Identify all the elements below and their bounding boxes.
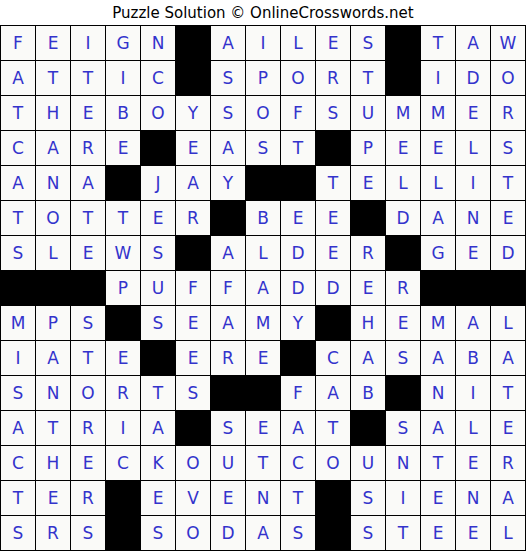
letter-cell-r1c13: T bbox=[421, 26, 456, 61]
letter-cell-r8c11: E bbox=[351, 271, 386, 306]
letter-cell-r3c11: U bbox=[351, 96, 386, 131]
letter-cell-r13c10: O bbox=[316, 446, 351, 481]
letter-cell-r8c12: R bbox=[386, 271, 421, 306]
letter-cell-r14c9: T bbox=[281, 481, 316, 516]
letter-cell-r13c8: T bbox=[246, 446, 281, 481]
letter-cell-r6c5: E bbox=[141, 201, 176, 236]
block-cell-r8c14 bbox=[456, 271, 491, 306]
letter-cell-r2c11: T bbox=[351, 61, 386, 96]
letter-cell-r11c4: R bbox=[106, 376, 141, 411]
letter-cell-r9c3: S bbox=[71, 306, 106, 341]
block-cell-r9c4 bbox=[106, 306, 141, 341]
block-cell-r11c8 bbox=[246, 376, 281, 411]
letter-cell-r2c15: O bbox=[491, 61, 526, 96]
letter-cell-r3c8: O bbox=[246, 96, 281, 131]
letter-cell-r13c3: E bbox=[71, 446, 106, 481]
letter-cell-r9c12: E bbox=[386, 306, 421, 341]
letter-cell-r14c1: T bbox=[1, 481, 36, 516]
letter-cell-r9c1: M bbox=[1, 306, 36, 341]
letter-cell-r2c10: R bbox=[316, 61, 351, 96]
letter-cell-r7c1: S bbox=[1, 236, 36, 271]
letter-cell-r3c2: H bbox=[36, 96, 71, 131]
block-cell-r2c6 bbox=[176, 61, 211, 96]
letter-cell-r7c11: R bbox=[351, 236, 386, 271]
letter-cell-r12c14: L bbox=[456, 411, 491, 446]
letter-cell-r9c7: A bbox=[211, 306, 246, 341]
letter-cell-r10c6: E bbox=[176, 341, 211, 376]
letter-cell-r4c4: E bbox=[106, 131, 141, 166]
block-cell-r5c9 bbox=[281, 166, 316, 201]
letter-cell-r3c14: E bbox=[456, 96, 491, 131]
letter-cell-r2c1: A bbox=[1, 61, 36, 96]
letter-cell-r4c8: S bbox=[246, 131, 281, 166]
letter-cell-r1c7: A bbox=[211, 26, 246, 61]
letter-cell-r13c1: C bbox=[1, 446, 36, 481]
block-cell-r12c6 bbox=[176, 411, 211, 446]
letter-cell-r9c6: E bbox=[176, 306, 211, 341]
letter-cell-r14c15: A bbox=[491, 481, 526, 516]
letter-cell-r15c3: S bbox=[71, 516, 106, 551]
letter-cell-r7c13: G bbox=[421, 236, 456, 271]
letter-cell-r15c8: A bbox=[246, 516, 281, 551]
letter-cell-r6c4: T bbox=[106, 201, 141, 236]
letter-cell-r3c1: T bbox=[1, 96, 36, 131]
letter-cell-r9c15: L bbox=[491, 306, 526, 341]
block-cell-r4c10 bbox=[316, 131, 351, 166]
letter-cell-r10c11: A bbox=[351, 341, 386, 376]
letter-cell-r12c1: A bbox=[1, 411, 36, 446]
letter-cell-r1c3: I bbox=[71, 26, 106, 61]
letter-cell-r13c4: C bbox=[106, 446, 141, 481]
letter-cell-r15c11: S bbox=[351, 516, 386, 551]
letter-cell-r5c12: L bbox=[386, 166, 421, 201]
letter-cell-r1c11: S bbox=[351, 26, 386, 61]
letter-cell-r9c8: M bbox=[246, 306, 281, 341]
letter-cell-r5c6: A bbox=[176, 166, 211, 201]
letter-cell-r15c12: T bbox=[386, 516, 421, 551]
letter-cell-r4c3: R bbox=[71, 131, 106, 166]
letter-cell-r9c2: P bbox=[36, 306, 71, 341]
letter-cell-r5c15: T bbox=[491, 166, 526, 201]
block-cell-r12c11 bbox=[351, 411, 386, 446]
letter-cell-r6c15: E bbox=[491, 201, 526, 236]
letter-cell-r14c13: E bbox=[421, 481, 456, 516]
letter-cell-r4c15: S bbox=[491, 131, 526, 166]
letter-cell-r14c6: V bbox=[176, 481, 211, 516]
letter-cell-r7c15: D bbox=[491, 236, 526, 271]
letter-cell-r12c13: A bbox=[421, 411, 456, 446]
letter-cell-r7c10: E bbox=[316, 236, 351, 271]
letter-cell-r5c1: A bbox=[1, 166, 36, 201]
letter-cell-r13c5: K bbox=[141, 446, 176, 481]
block-cell-r11c7 bbox=[211, 376, 246, 411]
letter-cell-r10c14: B bbox=[456, 341, 491, 376]
letter-cell-r2c14: D bbox=[456, 61, 491, 96]
letter-cell-r3c12: M bbox=[386, 96, 421, 131]
letter-cell-r7c9: D bbox=[281, 236, 316, 271]
letter-cell-r4c1: C bbox=[1, 131, 36, 166]
letter-cell-r2c4: I bbox=[106, 61, 141, 96]
letter-cell-r8c10: D bbox=[316, 271, 351, 306]
letter-cell-r10c12: S bbox=[386, 341, 421, 376]
block-cell-r15c10 bbox=[316, 516, 351, 551]
letter-cell-r1c4: G bbox=[106, 26, 141, 61]
letter-cell-r7c7: A bbox=[211, 236, 246, 271]
letter-cell-r11c1: S bbox=[1, 376, 36, 411]
block-cell-r1c12 bbox=[386, 26, 421, 61]
letter-cell-r13c7: U bbox=[211, 446, 246, 481]
letter-cell-r2c3: T bbox=[71, 61, 106, 96]
letter-cell-r15c15: L bbox=[491, 516, 526, 551]
letter-cell-r10c2: A bbox=[36, 341, 71, 376]
letter-cell-r2c2: T bbox=[36, 61, 71, 96]
letter-cell-r15c6: O bbox=[176, 516, 211, 551]
letter-cell-r8c9: D bbox=[281, 271, 316, 306]
letter-cell-r11c11: B bbox=[351, 376, 386, 411]
block-cell-r8c3 bbox=[71, 271, 106, 306]
letter-cell-r11c10: A bbox=[316, 376, 351, 411]
block-cell-r9c10 bbox=[316, 306, 351, 341]
letter-cell-r10c7: R bbox=[211, 341, 246, 376]
letter-cell-r13c9: C bbox=[281, 446, 316, 481]
letter-cell-r3c10: S bbox=[316, 96, 351, 131]
letter-cell-r9c13: M bbox=[421, 306, 456, 341]
letter-cell-r3c9: F bbox=[281, 96, 316, 131]
letter-cell-r9c11: H bbox=[351, 306, 386, 341]
letter-cell-r15c13: E bbox=[421, 516, 456, 551]
letter-cell-r15c1: S bbox=[1, 516, 36, 551]
block-cell-r8c13 bbox=[421, 271, 456, 306]
letter-cell-r10c15: A bbox=[491, 341, 526, 376]
letter-cell-r6c10: E bbox=[316, 201, 351, 236]
letter-cell-r4c13: E bbox=[421, 131, 456, 166]
letter-cell-r10c8: E bbox=[246, 341, 281, 376]
letter-cell-r3c4: B bbox=[106, 96, 141, 131]
letter-cell-r7c8: L bbox=[246, 236, 281, 271]
letter-cell-r15c2: R bbox=[36, 516, 71, 551]
letter-cell-r14c14: N bbox=[456, 481, 491, 516]
letter-cell-r10c10: C bbox=[316, 341, 351, 376]
letter-cell-r7c3: E bbox=[71, 236, 106, 271]
block-cell-r10c5 bbox=[141, 341, 176, 376]
letter-cell-r3c13: M bbox=[421, 96, 456, 131]
letter-cell-r3c5: O bbox=[141, 96, 176, 131]
letter-cell-r6c8: B bbox=[246, 201, 281, 236]
letter-cell-r5c11: E bbox=[351, 166, 386, 201]
letter-cell-r15c9: S bbox=[281, 516, 316, 551]
letter-cell-r1c2: E bbox=[36, 26, 71, 61]
block-cell-r4c5 bbox=[141, 131, 176, 166]
letter-cell-r13c15: R bbox=[491, 446, 526, 481]
block-cell-r1c6 bbox=[176, 26, 211, 61]
letter-cell-r8c6: F bbox=[176, 271, 211, 306]
letter-cell-r13c2: H bbox=[36, 446, 71, 481]
letter-cell-r5c3: A bbox=[71, 166, 106, 201]
letter-cell-r6c3: T bbox=[71, 201, 106, 236]
letter-cell-r12c3: R bbox=[71, 411, 106, 446]
letter-cell-r5c10: T bbox=[316, 166, 351, 201]
letter-cell-r6c13: A bbox=[421, 201, 456, 236]
letter-cell-r6c6: R bbox=[176, 201, 211, 236]
letter-cell-r1c8: I bbox=[246, 26, 281, 61]
block-cell-r15c4 bbox=[106, 516, 141, 551]
letter-cell-r4c12: E bbox=[386, 131, 421, 166]
block-cell-r6c7 bbox=[211, 201, 246, 236]
letter-cell-r12c5: A bbox=[141, 411, 176, 446]
letter-cell-r8c4: P bbox=[106, 271, 141, 306]
letter-cell-r14c8: N bbox=[246, 481, 281, 516]
page-title: Puzzle Solution © OnlineCrosswords.net bbox=[0, 0, 526, 25]
letter-cell-r7c14: E bbox=[456, 236, 491, 271]
letter-cell-r14c11: S bbox=[351, 481, 386, 516]
letter-cell-r3c6: Y bbox=[176, 96, 211, 131]
letter-cell-r12c9: A bbox=[281, 411, 316, 446]
letter-cell-r3c15: R bbox=[491, 96, 526, 131]
letter-cell-r5c2: N bbox=[36, 166, 71, 201]
block-cell-r6c11 bbox=[351, 201, 386, 236]
letter-cell-r11c5: T bbox=[141, 376, 176, 411]
block-cell-r11c12 bbox=[386, 376, 421, 411]
letter-cell-r7c4: W bbox=[106, 236, 141, 271]
letter-cell-r5c5: J bbox=[141, 166, 176, 201]
puzzle-solution-page: Puzzle Solution © OnlineCrosswords.net F… bbox=[0, 0, 526, 551]
block-cell-r5c4 bbox=[106, 166, 141, 201]
letter-cell-r13c13: T bbox=[421, 446, 456, 481]
letter-cell-r1c10: E bbox=[316, 26, 351, 61]
letter-cell-r1c5: N bbox=[141, 26, 176, 61]
block-cell-r5c8 bbox=[246, 166, 281, 201]
letter-cell-r1c14: A bbox=[456, 26, 491, 61]
letter-cell-r7c2: L bbox=[36, 236, 71, 271]
letter-cell-r14c7: E bbox=[211, 481, 246, 516]
letter-cell-r1c15: W bbox=[491, 26, 526, 61]
letter-cell-r15c7: D bbox=[211, 516, 246, 551]
letter-cell-r5c7: Y bbox=[211, 166, 246, 201]
letter-cell-r8c7: F bbox=[211, 271, 246, 306]
letter-cell-r2c5: C bbox=[141, 61, 176, 96]
letter-cell-r4c9: T bbox=[281, 131, 316, 166]
letter-cell-r9c9: Y bbox=[281, 306, 316, 341]
letter-cell-r15c14: E bbox=[456, 516, 491, 551]
block-cell-r10c9 bbox=[281, 341, 316, 376]
letter-cell-r10c1: I bbox=[1, 341, 36, 376]
letter-cell-r12c15: E bbox=[491, 411, 526, 446]
letter-cell-r11c3: O bbox=[71, 376, 106, 411]
letter-cell-r5c13: L bbox=[421, 166, 456, 201]
letter-cell-r11c6: S bbox=[176, 376, 211, 411]
letter-cell-r10c3: T bbox=[71, 341, 106, 376]
letter-cell-r6c12: D bbox=[386, 201, 421, 236]
letter-cell-r15c5: S bbox=[141, 516, 176, 551]
letter-cell-r3c7: S bbox=[211, 96, 246, 131]
letter-cell-r8c8: A bbox=[246, 271, 281, 306]
crossword-grid: FEIGNAILESTAWATTICSPORTIDOTHEBOYSOFSUMME… bbox=[0, 25, 526, 551]
letter-cell-r10c4: E bbox=[106, 341, 141, 376]
letter-cell-r12c12: S bbox=[386, 411, 421, 446]
letter-cell-r6c9: E bbox=[281, 201, 316, 236]
block-cell-r7c6 bbox=[176, 236, 211, 271]
letter-cell-r12c7: S bbox=[211, 411, 246, 446]
letter-cell-r13c6: O bbox=[176, 446, 211, 481]
block-cell-r14c10 bbox=[316, 481, 351, 516]
letter-cell-r4c2: A bbox=[36, 131, 71, 166]
letter-cell-r2c9: O bbox=[281, 61, 316, 96]
letter-cell-r13c14: E bbox=[456, 446, 491, 481]
letter-cell-r6c1: T bbox=[1, 201, 36, 236]
letter-cell-r4c11: P bbox=[351, 131, 386, 166]
letter-cell-r6c14: N bbox=[456, 201, 491, 236]
letter-cell-r11c14: I bbox=[456, 376, 491, 411]
letter-cell-r11c2: N bbox=[36, 376, 71, 411]
letter-cell-r9c5: S bbox=[141, 306, 176, 341]
letter-cell-r5c14: I bbox=[456, 166, 491, 201]
letter-cell-r2c7: S bbox=[211, 61, 246, 96]
letter-cell-r10c13: A bbox=[421, 341, 456, 376]
letter-cell-r7c5: S bbox=[141, 236, 176, 271]
letter-cell-r14c2: E bbox=[36, 481, 71, 516]
letter-cell-r11c15: T bbox=[491, 376, 526, 411]
letter-cell-r4c6: E bbox=[176, 131, 211, 166]
letter-cell-r12c4: I bbox=[106, 411, 141, 446]
block-cell-r7c12 bbox=[386, 236, 421, 271]
letter-cell-r1c9: L bbox=[281, 26, 316, 61]
letter-cell-r11c9: F bbox=[281, 376, 316, 411]
block-cell-r8c1 bbox=[1, 271, 36, 306]
block-cell-r8c2 bbox=[36, 271, 71, 306]
block-cell-r8c15 bbox=[491, 271, 526, 306]
block-cell-r2c12 bbox=[386, 61, 421, 96]
letter-cell-r11c13: N bbox=[421, 376, 456, 411]
letter-cell-r13c12: N bbox=[386, 446, 421, 481]
letter-cell-r14c5: E bbox=[141, 481, 176, 516]
letter-cell-r1c1: F bbox=[1, 26, 36, 61]
letter-cell-r9c14: A bbox=[456, 306, 491, 341]
letter-cell-r12c8: E bbox=[246, 411, 281, 446]
letter-cell-r4c14: L bbox=[456, 131, 491, 166]
letter-cell-r6c2: O bbox=[36, 201, 71, 236]
letter-cell-r8c5: U bbox=[141, 271, 176, 306]
letter-cell-r3c3: E bbox=[71, 96, 106, 131]
letter-cell-r14c12: I bbox=[386, 481, 421, 516]
letter-cell-r4c7: A bbox=[211, 131, 246, 166]
letter-cell-r2c8: P bbox=[246, 61, 281, 96]
letter-cell-r14c3: R bbox=[71, 481, 106, 516]
block-cell-r14c4 bbox=[106, 481, 141, 516]
letter-cell-r12c10: T bbox=[316, 411, 351, 446]
letter-cell-r12c2: T bbox=[36, 411, 71, 446]
letter-cell-r2c13: I bbox=[421, 61, 456, 96]
letter-cell-r13c11: U bbox=[351, 446, 386, 481]
